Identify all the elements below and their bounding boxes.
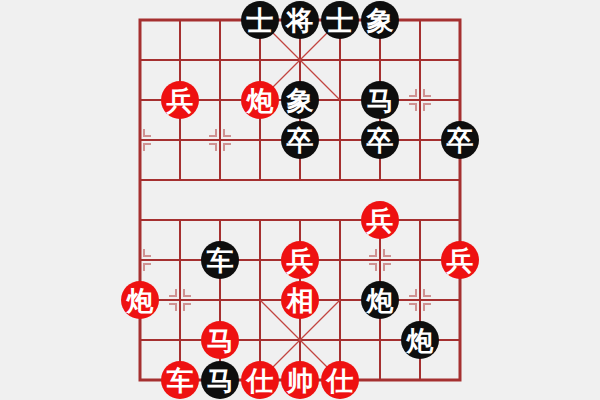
black-cannon[interactable]: 炮 xyxy=(401,321,439,359)
red-general[interactable]: 帅 xyxy=(281,361,319,399)
black-advisor[interactable]: 士 xyxy=(241,1,279,39)
black-cannon[interactable]: 炮 xyxy=(361,281,399,319)
black-pawn[interactable]: 卒 xyxy=(441,121,479,159)
red-advisor[interactable]: 仕 xyxy=(321,361,359,399)
red-pawn[interactable]: 兵 xyxy=(361,201,399,239)
black-elephant[interactable]: 象 xyxy=(361,1,399,39)
black-horse[interactable]: 马 xyxy=(361,81,399,119)
red-chariot[interactable]: 车 xyxy=(161,361,199,399)
black-pawn[interactable]: 卒 xyxy=(281,121,319,159)
red-cannon[interactable]: 炮 xyxy=(121,281,159,319)
red-pawn[interactable]: 兵 xyxy=(281,241,319,279)
red-advisor[interactable]: 仕 xyxy=(241,361,279,399)
black-general[interactable]: 将 xyxy=(281,1,319,39)
black-pawn[interactable]: 卒 xyxy=(361,121,399,159)
red-pawn[interactable]: 兵 xyxy=(441,241,479,279)
black-advisor[interactable]: 士 xyxy=(321,1,359,39)
black-elephant[interactable]: 象 xyxy=(281,81,319,119)
red-elephant[interactable]: 相 xyxy=(281,281,319,319)
xiangqi-board[interactable]: 士将士象兵炮象马卒卒卒兵车兵兵炮相炮马炮车马仕帅仕 xyxy=(0,0,600,400)
red-horse[interactable]: 马 xyxy=(201,321,239,359)
red-cannon[interactable]: 炮 xyxy=(241,81,279,119)
black-chariot[interactable]: 车 xyxy=(201,241,239,279)
pieces-layer: 士将士象兵炮象马卒卒卒兵车兵兵炮相炮马炮车马仕帅仕 xyxy=(0,0,600,400)
black-horse[interactable]: 马 xyxy=(201,361,239,399)
red-pawn[interactable]: 兵 xyxy=(161,81,199,119)
